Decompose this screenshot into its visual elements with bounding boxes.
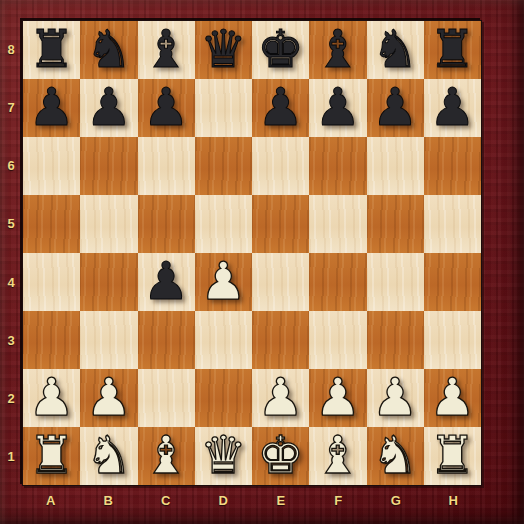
file-label-b: B (80, 486, 138, 524)
square-h4[interactable] (424, 253, 481, 311)
rank-label-6: 6 (0, 137, 22, 195)
square-e6[interactable] (252, 137, 309, 195)
square-c2[interactable] (138, 369, 195, 427)
square-f1[interactable]: ♝ (309, 427, 366, 485)
piece-black-pawn-c4[interactable]: ♟ (143, 255, 190, 307)
square-a8[interactable]: ♜ (23, 21, 80, 79)
piece-black-knight-g8[interactable]: ♞ (372, 23, 419, 75)
file-label-a: A (22, 486, 80, 524)
square-g4[interactable] (367, 253, 424, 311)
piece-white-king-e1[interactable]: ♚ (257, 429, 304, 481)
square-d2[interactable] (195, 369, 252, 427)
rank-label-2: 2 (0, 370, 22, 428)
square-b5[interactable] (80, 195, 137, 253)
square-f4[interactable] (309, 253, 366, 311)
piece-white-pawn-f2[interactable]: ♟ (315, 371, 362, 423)
square-d7[interactable] (195, 79, 252, 137)
square-g2[interactable]: ♟ (367, 369, 424, 427)
piece-white-queen-d1[interactable]: ♛ (200, 429, 247, 481)
rank-label-5: 5 (0, 195, 22, 253)
chess-board: ♜♞♝♛♚♝♞♜♟♟♟♟♟♟♟♟♟♟♟♟♟♟♟♜♞♝♛♚♝♞♜ (22, 20, 482, 486)
square-f7[interactable]: ♟ (309, 79, 366, 137)
piece-white-pawn-d4[interactable]: ♟ (200, 255, 247, 307)
square-e5[interactable] (252, 195, 309, 253)
rank-label-4: 4 (0, 253, 22, 311)
square-c4[interactable]: ♟ (138, 253, 195, 311)
file-label-h: H (425, 486, 483, 524)
piece-white-pawn-a2[interactable]: ♟ (28, 371, 75, 423)
piece-white-bishop-f1[interactable]: ♝ (315, 429, 362, 481)
file-label-f: F (310, 486, 368, 524)
square-g3[interactable] (367, 311, 424, 369)
square-b6[interactable] (80, 137, 137, 195)
square-b7[interactable]: ♟ (80, 79, 137, 137)
square-b2[interactable]: ♟ (80, 369, 137, 427)
square-e2[interactable]: ♟ (252, 369, 309, 427)
rank-label-3: 3 (0, 311, 22, 369)
square-d4[interactable]: ♟ (195, 253, 252, 311)
square-d3[interactable] (195, 311, 252, 369)
piece-black-pawn-e7[interactable]: ♟ (257, 81, 304, 133)
square-a3[interactable] (23, 311, 80, 369)
square-c5[interactable] (138, 195, 195, 253)
piece-white-bishop-c1[interactable]: ♝ (143, 429, 190, 481)
rank-labels: 87654321 (0, 20, 22, 486)
square-f6[interactable] (309, 137, 366, 195)
square-b4[interactable] (80, 253, 137, 311)
piece-black-bishop-c8[interactable]: ♝ (143, 23, 190, 75)
rank-label-7: 7 (0, 78, 22, 136)
piece-white-rook-a1[interactable]: ♜ (28, 429, 75, 481)
file-label-d: D (195, 486, 253, 524)
square-e1[interactable]: ♚ (252, 427, 309, 485)
square-e3[interactable] (252, 311, 309, 369)
square-a5[interactable] (23, 195, 80, 253)
piece-white-knight-g1[interactable]: ♞ (372, 429, 419, 481)
square-e7[interactable]: ♟ (252, 79, 309, 137)
square-d6[interactable] (195, 137, 252, 195)
square-h7[interactable]: ♟ (424, 79, 481, 137)
piece-black-king-e8[interactable]: ♚ (257, 23, 304, 75)
square-f2[interactable]: ♟ (309, 369, 366, 427)
square-g7[interactable]: ♟ (367, 79, 424, 137)
piece-black-pawn-a7[interactable]: ♟ (28, 81, 75, 133)
square-b3[interactable] (80, 311, 137, 369)
square-g6[interactable] (367, 137, 424, 195)
piece-black-pawn-g7[interactable]: ♟ (372, 81, 419, 133)
square-h3[interactable] (424, 311, 481, 369)
file-label-e: E (252, 486, 310, 524)
piece-black-pawn-f7[interactable]: ♟ (315, 81, 362, 133)
square-h8[interactable]: ♜ (424, 21, 481, 79)
square-h5[interactable] (424, 195, 481, 253)
rank-label-1: 1 (0, 428, 22, 486)
square-g5[interactable] (367, 195, 424, 253)
square-c6[interactable] (138, 137, 195, 195)
square-f3[interactable] (309, 311, 366, 369)
board-frame: 87654321 ABCDEFGH ♜♞♝♛♚♝♞♜♟♟♟♟♟♟♟♟♟♟♟♟♟♟… (0, 0, 524, 524)
square-b8[interactable]: ♞ (80, 21, 137, 79)
square-g1[interactable]: ♞ (367, 427, 424, 485)
square-f8[interactable]: ♝ (309, 21, 366, 79)
square-d5[interactable] (195, 195, 252, 253)
file-label-c: C (137, 486, 195, 524)
rank-label-8: 8 (0, 20, 22, 78)
square-a1[interactable]: ♜ (23, 427, 80, 485)
piece-black-pawn-b7[interactable]: ♟ (86, 81, 133, 133)
square-h6[interactable] (424, 137, 481, 195)
piece-black-pawn-c7[interactable]: ♟ (143, 81, 190, 133)
piece-white-pawn-e2[interactable]: ♟ (257, 371, 304, 423)
square-f5[interactable] (309, 195, 366, 253)
piece-white-knight-b1[interactable]: ♞ (86, 429, 133, 481)
square-a2[interactable]: ♟ (23, 369, 80, 427)
piece-black-pawn-h7[interactable]: ♟ (429, 81, 476, 133)
piece-white-pawn-h2[interactable]: ♟ (429, 371, 476, 423)
square-h1[interactable]: ♜ (424, 427, 481, 485)
square-c3[interactable] (138, 311, 195, 369)
piece-black-knight-b8[interactable]: ♞ (86, 23, 133, 75)
file-labels: ABCDEFGH (22, 486, 482, 524)
piece-black-rook-h8[interactable]: ♜ (429, 23, 476, 75)
file-label-g: G (367, 486, 425, 524)
square-c7[interactable]: ♟ (138, 79, 195, 137)
square-d1[interactable]: ♛ (195, 427, 252, 485)
piece-black-bishop-f8[interactable]: ♝ (315, 23, 362, 75)
square-e8[interactable]: ♚ (252, 21, 309, 79)
square-c8[interactable]: ♝ (138, 21, 195, 79)
square-d8[interactable]: ♛ (195, 21, 252, 79)
square-g8[interactable]: ♞ (367, 21, 424, 79)
square-c1[interactable]: ♝ (138, 427, 195, 485)
piece-white-pawn-g2[interactable]: ♟ (372, 371, 419, 423)
square-h2[interactable]: ♟ (424, 369, 481, 427)
square-b1[interactable]: ♞ (80, 427, 137, 485)
square-a6[interactable] (23, 137, 80, 195)
square-e4[interactable] (252, 253, 309, 311)
piece-white-pawn-b2[interactable]: ♟ (86, 371, 133, 423)
piece-black-queen-d8[interactable]: ♛ (200, 23, 247, 75)
piece-black-rook-a8[interactable]: ♜ (28, 23, 75, 75)
piece-white-rook-h1[interactable]: ♜ (429, 429, 476, 481)
square-a4[interactable] (23, 253, 80, 311)
square-a7[interactable]: ♟ (23, 79, 80, 137)
